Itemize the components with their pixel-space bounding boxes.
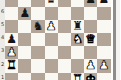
- square-f5[interactable]: ♜: [71, 20, 84, 33]
- square-h1[interactable]: [97, 73, 110, 80]
- square-b6[interactable]: ♟: [18, 7, 31, 20]
- square-d6[interactable]: [45, 7, 58, 20]
- square-f7[interactable]: [71, 0, 84, 7]
- outer-background: [116, 0, 121, 80]
- rank-label-1: 1: [0, 74, 5, 79]
- rank-label-4: 4: [0, 35, 5, 40]
- square-b4[interactable]: [18, 33, 31, 46]
- square-d1[interactable]: [45, 73, 58, 80]
- white-pawn-icon[interactable]: ♟: [99, 59, 110, 72]
- square-h4[interactable]: [97, 33, 110, 46]
- square-d2[interactable]: [45, 59, 58, 72]
- square-e7[interactable]: [58, 0, 71, 7]
- square-f6[interactable]: [71, 7, 84, 20]
- square-b5[interactable]: [18, 20, 31, 33]
- rank-label-5: 5: [0, 21, 5, 26]
- square-b1[interactable]: [18, 73, 31, 80]
- square-f4[interactable]: ♞: [71, 33, 84, 46]
- square-f1[interactable]: ♜: [71, 73, 84, 80]
- square-d3[interactable]: [45, 46, 58, 59]
- chess-diagram: ♛♟♟♟♞♟♜♟♞♛♟♜♟♟♜♚ 7654321: [0, 0, 120, 80]
- square-c1[interactable]: [31, 73, 44, 80]
- square-c5[interactable]: ♞: [31, 20, 44, 33]
- white-pawn-icon[interactable]: ♟: [85, 59, 96, 72]
- white-queen-icon[interactable]: ♛: [85, 33, 96, 46]
- square-a1[interactable]: [5, 73, 18, 80]
- square-g2[interactable]: ♟: [84, 59, 97, 72]
- white-king-icon[interactable]: ♚: [85, 73, 96, 80]
- square-c4[interactable]: [31, 33, 44, 46]
- square-g7[interactable]: ♟: [84, 0, 97, 7]
- square-e3[interactable]: [58, 46, 71, 59]
- square-g1[interactable]: ♚: [84, 73, 97, 80]
- white-pawn-icon[interactable]: ♟: [46, 20, 57, 33]
- square-d5[interactable]: ♟: [45, 20, 58, 33]
- white-rook-icon[interactable]: ♜: [72, 73, 83, 80]
- black-knight-icon[interactable]: ♞: [33, 20, 44, 33]
- white-knight-icon[interactable]: ♞: [72, 33, 83, 46]
- square-a6[interactable]: [5, 7, 18, 20]
- black-pawn-icon[interactable]: ♟: [19, 7, 30, 20]
- square-b3[interactable]: [18, 46, 31, 59]
- black-rook-icon[interactable]: ♜: [72, 20, 83, 33]
- square-h6[interactable]: [97, 7, 110, 20]
- square-a5[interactable]: [5, 20, 18, 33]
- square-c3[interactable]: [31, 46, 44, 59]
- rank-label-gutter: 7654321: [0, 0, 5, 80]
- square-g5[interactable]: [84, 20, 97, 33]
- chess-board: ♛♟♟♟♞♟♜♟♞♛♟♜♟♟♜♚: [5, 0, 111, 80]
- square-c2[interactable]: [31, 59, 44, 72]
- square-e4[interactable]: [58, 33, 71, 46]
- square-h5[interactable]: [97, 20, 110, 33]
- square-e2[interactable]: [58, 59, 71, 72]
- square-d7[interactable]: ♛: [45, 0, 58, 7]
- square-e1[interactable]: [58, 73, 71, 80]
- white-rook-icon[interactable]: ♜: [6, 59, 17, 72]
- square-a7[interactable]: [5, 0, 18, 7]
- rank-label-3: 3: [0, 48, 5, 53]
- square-h7[interactable]: ♟: [97, 0, 110, 7]
- rank-label-2: 2: [0, 61, 5, 66]
- square-d4[interactable]: [45, 33, 58, 46]
- square-g6[interactable]: [84, 7, 97, 20]
- square-g4[interactable]: ♛: [84, 33, 97, 46]
- square-f2[interactable]: [71, 59, 84, 72]
- square-c7[interactable]: [31, 0, 44, 7]
- square-h2[interactable]: ♟: [97, 59, 110, 72]
- square-b2[interactable]: [18, 59, 31, 72]
- square-a2[interactable]: ♜: [5, 59, 18, 72]
- rank-label-6: 6: [0, 8, 5, 13]
- square-e5[interactable]: [58, 20, 71, 33]
- square-f3[interactable]: [71, 46, 84, 59]
- square-c6[interactable]: [31, 7, 44, 20]
- square-e6[interactable]: [58, 7, 71, 20]
